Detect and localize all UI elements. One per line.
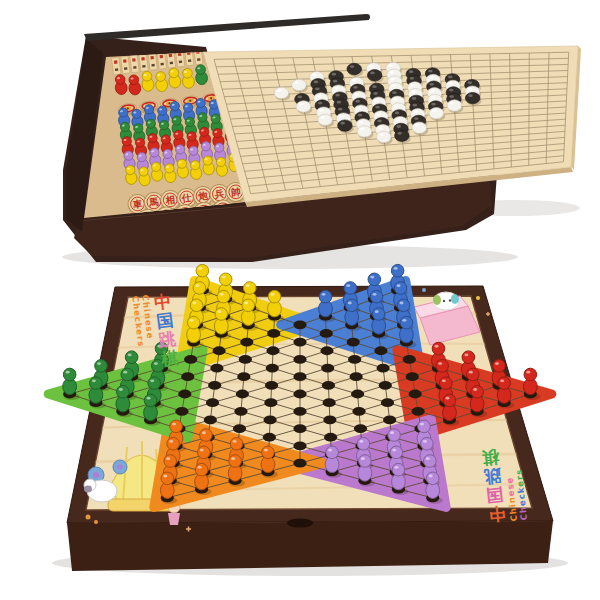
tray-tile bbox=[130, 55, 139, 73]
checkers-peg-head-red bbox=[443, 394, 456, 407]
board-hole bbox=[348, 355, 361, 364]
go-stone-highlight bbox=[467, 81, 472, 84]
tray-tile-mark bbox=[170, 62, 173, 65]
peg-highlight bbox=[119, 388, 123, 391]
peg-highlight bbox=[370, 276, 374, 279]
go-stone-highlight bbox=[468, 94, 473, 97]
board-hole bbox=[324, 433, 337, 442]
go-stone-highlight bbox=[390, 78, 395, 81]
go-stone-highlight bbox=[312, 73, 317, 76]
checkers-peg-head-red bbox=[462, 351, 475, 364]
go-stone-highlight bbox=[432, 109, 437, 112]
board-hole bbox=[320, 329, 333, 338]
xiangqi-char: 相 bbox=[164, 194, 176, 206]
go-stone-highlight bbox=[319, 109, 324, 112]
checkers-peg-head-green bbox=[144, 394, 157, 407]
peg-highlight bbox=[231, 457, 235, 460]
checkers-peg-head-purple bbox=[326, 446, 339, 459]
peg-highlight bbox=[346, 284, 350, 287]
board-hole bbox=[293, 390, 306, 399]
go-stone-highlight bbox=[429, 76, 434, 79]
zh-char: 中 bbox=[487, 503, 506, 524]
frame-front-face bbox=[67, 521, 553, 571]
checkers-peg-head-red bbox=[524, 368, 537, 381]
board-hole bbox=[213, 346, 226, 355]
board-hole bbox=[181, 372, 194, 381]
peg-highlight bbox=[495, 362, 499, 365]
peg-highlight bbox=[473, 388, 477, 391]
peg-highlight bbox=[397, 284, 401, 287]
board-hole bbox=[323, 398, 336, 407]
peg-highlight bbox=[123, 371, 127, 374]
peg-highlight bbox=[373, 293, 377, 296]
peg-highlight bbox=[244, 302, 248, 305]
checkers-peg-head-blue bbox=[400, 316, 413, 329]
go-stone-highlight bbox=[339, 115, 344, 118]
board-hole bbox=[374, 346, 387, 355]
peg-highlight bbox=[526, 371, 530, 374]
go-stone-highlight bbox=[431, 103, 436, 106]
checkers-peg-head-yellow bbox=[242, 299, 255, 312]
checkers-peg-head-red bbox=[432, 342, 445, 355]
board-hole bbox=[293, 407, 306, 416]
board-hole bbox=[184, 355, 197, 364]
go-stone-white bbox=[318, 114, 333, 125]
go-stone-highlight bbox=[338, 108, 343, 111]
go-stone-highlight bbox=[450, 102, 455, 105]
checkers-peg-head-purple bbox=[426, 472, 439, 485]
board-hole bbox=[409, 390, 422, 399]
checkers-peg-head-orange bbox=[195, 463, 208, 476]
checkers-peg-head-red bbox=[498, 377, 511, 390]
go-stone-highlight bbox=[375, 106, 380, 109]
go-stone-highlight bbox=[410, 77, 415, 80]
checkers-peg-head-yellow bbox=[219, 273, 232, 286]
peg-highlight bbox=[128, 354, 132, 357]
board-hole bbox=[267, 329, 280, 338]
tray-tile bbox=[139, 54, 148, 72]
peg-highlight bbox=[97, 362, 101, 365]
checkers-peg-head-green bbox=[63, 368, 76, 381]
peg-highlight bbox=[328, 449, 332, 452]
peg-highlight bbox=[438, 362, 442, 365]
peg-highlight bbox=[469, 371, 473, 374]
checkers-peg-head-orange bbox=[161, 472, 174, 485]
peg-highlight bbox=[429, 475, 433, 478]
checkers-peg-head-blue bbox=[391, 264, 404, 277]
board-hole bbox=[293, 442, 306, 451]
go-stone-highlight bbox=[335, 94, 340, 97]
go-stone-highlight bbox=[410, 84, 415, 87]
go-stone-highlight bbox=[431, 96, 436, 99]
board-hole bbox=[293, 424, 306, 433]
checkers-peg-head-yellow bbox=[243, 282, 256, 295]
chinese-checkers-assembly bbox=[48, 264, 568, 576]
go-stone-highlight bbox=[468, 88, 473, 91]
en-letter: s bbox=[514, 468, 525, 475]
board-hole bbox=[293, 338, 306, 347]
go-stone-highlight bbox=[415, 124, 420, 127]
board-hole bbox=[236, 390, 249, 399]
checkers-peg-head-purple bbox=[359, 455, 372, 468]
product-photo: 車馬相仕炮兵帥車馬炮兵帥 bbox=[0, 0, 600, 600]
zh-char: 棋 bbox=[160, 348, 179, 369]
go-stone-black bbox=[347, 63, 362, 74]
peg-highlight bbox=[198, 466, 202, 469]
peg-highlight bbox=[445, 397, 449, 400]
peg-highlight bbox=[198, 267, 202, 270]
en-letter: e bbox=[515, 480, 526, 488]
peg-highlight bbox=[399, 302, 403, 305]
checkers-peg-head-red bbox=[471, 386, 484, 399]
board-hole bbox=[265, 381, 278, 390]
peg-highlight bbox=[434, 345, 438, 348]
peg-highlight bbox=[246, 284, 250, 287]
peg-highlight bbox=[394, 267, 398, 270]
go-stone-white bbox=[376, 131, 391, 142]
go-stone-highlight bbox=[395, 112, 400, 115]
go-stone-highlight bbox=[357, 107, 362, 110]
tray-tile-mark bbox=[151, 64, 154, 67]
checkers-peg-head-blue bbox=[345, 299, 358, 312]
checkers-peg-head-orange bbox=[170, 420, 183, 433]
go-stone-highlight bbox=[354, 93, 359, 96]
zh-char: 棋 bbox=[481, 447, 500, 468]
board-hole bbox=[266, 346, 279, 355]
tray-tile-mark bbox=[179, 60, 182, 63]
tray-tile bbox=[148, 53, 157, 71]
peg-highlight bbox=[442, 379, 446, 382]
peg-highlight bbox=[163, 475, 167, 478]
go-stone-highlight bbox=[378, 126, 383, 129]
checkers-peg-head-red bbox=[466, 368, 479, 381]
go-stone-highlight bbox=[376, 113, 381, 116]
tray-tile-mark bbox=[123, 59, 127, 63]
board-hole bbox=[208, 381, 221, 390]
zh-char: 跳 bbox=[483, 466, 502, 487]
peg-highlight bbox=[193, 302, 197, 305]
tray-tile-mark bbox=[115, 68, 118, 71]
checkers-peg-head-yellow bbox=[196, 264, 209, 277]
peg-highlight bbox=[147, 397, 151, 400]
lid-rail-knob bbox=[364, 14, 370, 20]
peg-highlight bbox=[66, 371, 70, 374]
board-hole bbox=[263, 433, 276, 442]
board-hole bbox=[352, 407, 365, 416]
tray-tile-mark bbox=[132, 58, 136, 62]
checkers-peg-head-purple bbox=[392, 463, 405, 476]
board-hole bbox=[322, 381, 335, 390]
go-stone-highlight bbox=[299, 103, 304, 106]
go-stone-highlight bbox=[412, 97, 417, 100]
board-hole bbox=[347, 338, 360, 347]
board-hole bbox=[383, 416, 396, 425]
tray-tile-mark bbox=[142, 65, 145, 68]
tray-tile-mark bbox=[124, 67, 127, 70]
tray-tile-mark bbox=[141, 57, 145, 61]
board-hole bbox=[266, 364, 279, 373]
go-stone-highlight bbox=[333, 80, 338, 83]
board-hole bbox=[376, 364, 389, 373]
go-stone-highlight bbox=[429, 83, 434, 86]
go-stone-highlight bbox=[359, 121, 364, 124]
board-hole bbox=[321, 364, 334, 373]
en-letter: n bbox=[506, 496, 517, 504]
tray-tile-mark bbox=[150, 56, 154, 60]
peg-highlight bbox=[392, 449, 396, 452]
go-stone-highlight bbox=[396, 118, 401, 121]
go-stone-highlight bbox=[360, 128, 365, 131]
board-hole bbox=[234, 407, 247, 416]
checkers-peg-head-purple bbox=[357, 437, 370, 450]
tray-tile-mark bbox=[169, 54, 173, 58]
go-stone-highlight bbox=[413, 104, 418, 107]
peg-highlight bbox=[464, 354, 468, 357]
peg-highlight bbox=[200, 449, 204, 452]
peg-highlight bbox=[217, 310, 221, 313]
peg-highlight bbox=[172, 423, 176, 426]
go-stone-highlight bbox=[370, 72, 375, 75]
peg-highlight bbox=[233, 440, 237, 443]
xiangqi-char: 炮 bbox=[197, 190, 209, 202]
peg-highlight bbox=[169, 440, 173, 443]
board-hole bbox=[406, 372, 419, 381]
xiangqi-char: 兵 bbox=[213, 188, 225, 200]
checkers-peg-head-purple bbox=[423, 455, 436, 468]
go-stone-highlight bbox=[393, 98, 398, 101]
checkers-peg-head-red bbox=[439, 377, 452, 390]
checkers-peg-head-yellow bbox=[190, 299, 203, 312]
peg-highlight bbox=[348, 302, 352, 305]
checkers-peg-head-green bbox=[90, 377, 103, 390]
go-stone-highlight bbox=[449, 89, 454, 92]
go-stone-white bbox=[447, 100, 462, 111]
checkers-peg-head-purple bbox=[388, 429, 401, 442]
go-stone-highlight bbox=[277, 89, 282, 92]
go-stone-white bbox=[429, 107, 444, 118]
board-hole bbox=[210, 364, 223, 373]
peg-highlight bbox=[423, 440, 427, 443]
board-hole bbox=[403, 355, 416, 364]
go-stone-white bbox=[274, 87, 289, 98]
peg-highlight bbox=[322, 293, 326, 296]
board-hole bbox=[351, 390, 364, 399]
go-stone-white bbox=[357, 126, 372, 137]
go-stone-highlight bbox=[372, 85, 377, 88]
checkers-peg-head-orange bbox=[200, 429, 213, 442]
peg-highlight bbox=[402, 319, 406, 322]
checkers-peg-head-yellow bbox=[268, 290, 281, 303]
checkers-peg-head-blue bbox=[397, 299, 410, 312]
board-hole bbox=[354, 424, 367, 433]
go-stone-black bbox=[338, 120, 353, 131]
checkers-peg-head-purple bbox=[418, 420, 431, 433]
checkers-peg-head-purple bbox=[390, 446, 403, 459]
en-letter: k bbox=[515, 486, 526, 494]
go-stone-highlight bbox=[352, 79, 357, 82]
board-hole bbox=[178, 390, 191, 399]
board-hole bbox=[350, 372, 363, 381]
checkers-peg-head-green bbox=[125, 351, 138, 364]
checkers-peg-head-blue bbox=[372, 308, 385, 321]
go-stone-highlight bbox=[294, 81, 299, 84]
go-stone-highlight bbox=[428, 70, 433, 73]
go-stone-highlight bbox=[377, 119, 382, 122]
checkers-peg-head-blue bbox=[319, 290, 332, 303]
tray-tile-mark bbox=[223, 47, 227, 51]
board-hole bbox=[264, 416, 277, 425]
en-letter: c bbox=[516, 493, 527, 500]
tray-tile-mark bbox=[188, 59, 191, 62]
go-stone-highlight bbox=[409, 70, 414, 73]
zh-char: 国 bbox=[485, 484, 504, 505]
tray-tile bbox=[121, 56, 130, 74]
go-stone-highlight bbox=[389, 64, 394, 67]
go-stone-highlight bbox=[318, 102, 323, 105]
tray-tile-mark bbox=[114, 60, 118, 64]
board-hole bbox=[240, 338, 253, 347]
board-hole bbox=[411, 407, 424, 416]
board-hole bbox=[204, 416, 217, 425]
checkers-peg-head-orange bbox=[164, 455, 177, 468]
go-stone-highlight bbox=[332, 73, 337, 76]
go-stone-highlight bbox=[340, 122, 345, 125]
checkers-peg-head-yellow bbox=[215, 308, 228, 321]
peg-highlight bbox=[500, 379, 504, 382]
tray-tile bbox=[112, 57, 121, 75]
board-hole bbox=[323, 416, 336, 425]
peg-highlight bbox=[426, 457, 430, 460]
xiangqi-char: 仕 bbox=[180, 192, 192, 204]
go-stone-highlight bbox=[379, 133, 384, 136]
go-stone-highlight bbox=[358, 114, 363, 117]
xiangqi-char: 帥 bbox=[230, 186, 241, 198]
go-stone-highlight bbox=[374, 99, 379, 102]
tray-tile-mark bbox=[160, 63, 163, 66]
lid-rail bbox=[84, 14, 369, 41]
go-stone-highlight bbox=[430, 90, 435, 93]
go-stone-highlight bbox=[448, 82, 453, 85]
peg-highlight bbox=[219, 293, 223, 296]
go-stone-highlight bbox=[314, 80, 319, 83]
go-stone-highlight bbox=[321, 116, 326, 119]
board-hole bbox=[293, 355, 306, 364]
peg-highlight bbox=[359, 440, 363, 443]
tray-tile-mark bbox=[133, 66, 136, 69]
go-stone-highlight bbox=[315, 88, 320, 91]
board-hole bbox=[320, 346, 333, 355]
peg-highlight bbox=[166, 457, 170, 460]
peg-highlight bbox=[390, 431, 394, 434]
checkers-peg-head-yellow bbox=[217, 290, 230, 303]
go-stone-highlight bbox=[413, 110, 418, 113]
en-letter: C bbox=[518, 513, 529, 521]
go-stone-white bbox=[412, 122, 427, 133]
checkers-peg-head-blue bbox=[344, 282, 357, 295]
board-hole bbox=[381, 398, 394, 407]
checkers-peg-head-orange bbox=[230, 437, 243, 450]
checkers-peg-head-green bbox=[117, 386, 130, 399]
xiangqi-char: 車 bbox=[131, 198, 143, 210]
peg-highlight bbox=[420, 423, 424, 426]
go-stone-white bbox=[292, 79, 307, 90]
checkers-peg-head-yellow bbox=[193, 282, 206, 295]
go-stone-highlight bbox=[353, 86, 358, 89]
en-letter: r bbox=[514, 474, 524, 480]
peg-highlight bbox=[190, 319, 194, 322]
go-stone-highlight bbox=[355, 100, 360, 103]
go-stone-highlight bbox=[449, 95, 454, 98]
board-hole bbox=[293, 320, 306, 329]
peg-highlight bbox=[270, 293, 274, 296]
peg-highlight bbox=[394, 466, 398, 469]
go-stone-highlight bbox=[297, 95, 302, 98]
go-stone-highlight bbox=[397, 125, 402, 128]
tray-tile-mark bbox=[197, 58, 200, 61]
go-stone-highlight bbox=[448, 76, 453, 79]
en-letter: h bbox=[517, 506, 528, 514]
go-stone-white bbox=[296, 101, 311, 112]
peg-highlight bbox=[202, 431, 206, 434]
checkers-peg-head-red bbox=[436, 360, 449, 373]
go-stone-black bbox=[465, 92, 480, 103]
checkers-peg-head-yellow bbox=[187, 316, 200, 329]
checkers-peg-head-orange bbox=[167, 437, 180, 450]
peg-highlight bbox=[375, 310, 379, 313]
checkers-peg-head-orange bbox=[229, 455, 242, 468]
board-hole bbox=[206, 398, 219, 407]
board-hole bbox=[293, 372, 306, 381]
en-letter: e bbox=[504, 476, 515, 484]
board-hole bbox=[175, 407, 188, 416]
checkers-peg-head-red bbox=[493, 360, 506, 373]
go-stone-highlight bbox=[334, 87, 339, 90]
go-stone-black bbox=[395, 130, 410, 141]
checkers-peg-head-blue bbox=[370, 290, 383, 303]
go-stone-highlight bbox=[414, 117, 419, 120]
en-letter: s bbox=[505, 483, 516, 490]
peg-highlight bbox=[222, 276, 226, 279]
xiangqi-char: 馬 bbox=[147, 196, 159, 208]
checkers-peg-head-green bbox=[121, 368, 134, 381]
peg-highlight bbox=[361, 457, 365, 460]
board-hole bbox=[237, 372, 250, 381]
go-stone-highlight bbox=[394, 105, 399, 108]
board-hole bbox=[264, 398, 277, 407]
board-hole bbox=[379, 381, 392, 390]
go-stone-highlight bbox=[391, 84, 396, 87]
tray-tile-mark bbox=[214, 48, 218, 52]
checkers-peg-head-purple bbox=[421, 437, 434, 450]
checkers-peg-head-orange bbox=[197, 446, 210, 459]
go-stone-highlight bbox=[316, 95, 321, 98]
board-hole bbox=[239, 355, 252, 364]
go-stone-highlight bbox=[397, 132, 402, 135]
checkers-peg-head-blue bbox=[394, 282, 407, 295]
go-stone-highlight bbox=[369, 65, 374, 68]
peg-highlight bbox=[92, 379, 96, 382]
go-stone-highlight bbox=[411, 90, 416, 93]
go-stone-highlight bbox=[373, 92, 378, 95]
peg-highlight bbox=[195, 284, 199, 287]
board-hole bbox=[293, 459, 306, 468]
go-stone-highlight bbox=[392, 91, 397, 94]
go-box-assembly: 車馬相仕炮兵帥車馬炮兵帥 bbox=[62, 14, 581, 269]
checkers-peg-head-blue bbox=[368, 273, 381, 286]
en-letter: e bbox=[517, 499, 528, 507]
go-stone-highlight bbox=[337, 101, 342, 104]
go-stone-black bbox=[367, 70, 382, 81]
